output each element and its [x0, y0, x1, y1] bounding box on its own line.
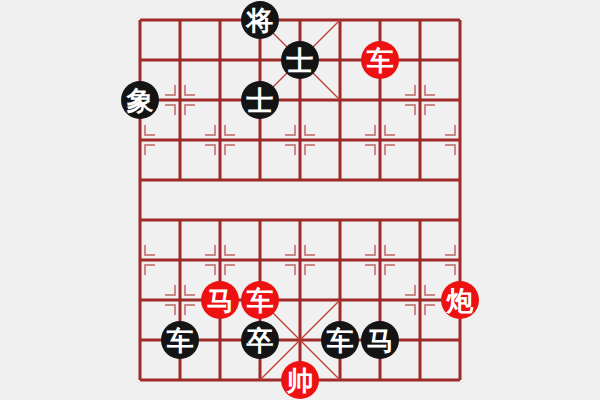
board-grid[interactable]: 将士车象士马车炮车卒车马帅	[120, 0, 480, 400]
board-cell: 士	[280, 40, 320, 80]
board-cell: 马	[360, 320, 400, 360]
xiangqi-board: 将士车象士马车炮车卒车马帅	[0, 0, 600, 400]
board-cell: 将	[240, 0, 280, 40]
red-chariot[interactable]: 车	[241, 281, 279, 319]
red-general[interactable]: 帅	[281, 361, 319, 399]
black-general[interactable]: 将	[241, 1, 279, 39]
black-soldier[interactable]: 卒	[241, 321, 279, 359]
board-cell: 卒	[240, 320, 280, 360]
board-cell: 炮	[440, 280, 480, 320]
black-advisor[interactable]: 士	[281, 41, 319, 79]
board-cell: 士	[240, 80, 280, 120]
red-chariot[interactable]: 车	[361, 41, 399, 79]
black-elephant[interactable]: 象	[121, 81, 159, 119]
black-horse[interactable]: 马	[361, 321, 399, 359]
board-cell: 车	[320, 320, 360, 360]
board-cell: 马	[200, 280, 240, 320]
black-chariot[interactable]: 车	[321, 321, 359, 359]
black-advisor[interactable]: 士	[241, 81, 279, 119]
red-horse[interactable]: 马	[201, 281, 239, 319]
black-chariot[interactable]: 车	[161, 321, 199, 359]
board-cell: 帅	[280, 360, 320, 400]
red-cannon[interactable]: 炮	[441, 281, 479, 319]
board-cell: 象	[120, 80, 160, 120]
board-cell: 车	[160, 320, 200, 360]
board-cell: 车	[360, 40, 400, 80]
board-cell: 车	[240, 280, 280, 320]
